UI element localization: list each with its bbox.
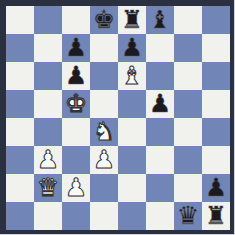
square-c8[interactable] <box>62 6 90 34</box>
square-a4[interactable] <box>6 118 34 146</box>
square-d6[interactable] <box>90 62 118 90</box>
square-d3[interactable]: ♟ <box>90 146 118 174</box>
square-c5[interactable]: ♚ <box>62 90 90 118</box>
piece-black-pawn: ♟ <box>121 35 143 60</box>
square-f4[interactable] <box>146 118 174 146</box>
square-g7[interactable] <box>174 34 202 62</box>
piece-black-rook: ♜ <box>121 7 143 32</box>
square-d4[interactable]: ♞ <box>90 118 118 146</box>
square-g1[interactable]: ♛ <box>174 202 202 230</box>
square-c6[interactable]: ♟ <box>62 62 90 90</box>
square-f7[interactable] <box>146 34 174 62</box>
square-g8[interactable] <box>174 6 202 34</box>
square-b6[interactable] <box>34 62 62 90</box>
square-g4[interactable] <box>174 118 202 146</box>
piece-white-pawn: ♟ <box>93 147 115 172</box>
square-f6[interactable] <box>146 62 174 90</box>
piece-black-queen: ♛ <box>177 203 199 228</box>
piece-black-rook: ♜ <box>205 203 227 228</box>
square-a2[interactable] <box>6 174 34 202</box>
piece-black-king: ♚ <box>93 7 115 32</box>
square-c3[interactable] <box>62 146 90 174</box>
square-d2[interactable] <box>90 174 118 202</box>
square-a8[interactable] <box>6 6 34 34</box>
square-b1[interactable] <box>34 202 62 230</box>
square-a7[interactable] <box>6 34 34 62</box>
square-c7[interactable]: ♟ <box>62 34 90 62</box>
square-b7[interactable] <box>34 34 62 62</box>
square-e3[interactable] <box>118 146 146 174</box>
piece-black-pawn: ♟ <box>65 63 87 88</box>
piece-white-bishop: ♝ <box>121 63 143 88</box>
square-h3[interactable] <box>202 146 230 174</box>
square-a6[interactable] <box>6 62 34 90</box>
square-a3[interactable] <box>6 146 34 174</box>
square-g3[interactable] <box>174 146 202 174</box>
square-g2[interactable] <box>174 174 202 202</box>
square-e6[interactable]: ♝ <box>118 62 146 90</box>
square-e2[interactable] <box>118 174 146 202</box>
piece-black-bishop: ♝ <box>149 7 171 32</box>
piece-white-pawn: ♟ <box>37 147 59 172</box>
piece-white-knight: ♞ <box>93 119 115 144</box>
square-h4[interactable] <box>202 118 230 146</box>
square-a5[interactable] <box>6 90 34 118</box>
square-f3[interactable] <box>146 146 174 174</box>
piece-black-pawn: ♟ <box>205 175 227 200</box>
square-a1[interactable] <box>6 202 34 230</box>
square-e7[interactable]: ♟ <box>118 34 146 62</box>
square-b5[interactable] <box>34 90 62 118</box>
square-h7[interactable] <box>202 34 230 62</box>
piece-white-queen: ♛ <box>37 175 59 200</box>
square-h2[interactable]: ♟ <box>202 174 230 202</box>
square-e4[interactable] <box>118 118 146 146</box>
square-e1[interactable] <box>118 202 146 230</box>
square-e5[interactable] <box>118 90 146 118</box>
square-h5[interactable] <box>202 90 230 118</box>
piece-black-pawn: ♟ <box>65 35 87 60</box>
square-h6[interactable] <box>202 62 230 90</box>
square-f5[interactable]: ♟ <box>146 90 174 118</box>
square-b4[interactable] <box>34 118 62 146</box>
chess-board: ♚♜♝♟♟♟♝♚♟♞♟♟♛♟♟♛♜ <box>6 6 230 230</box>
square-b3[interactable]: ♟ <box>34 146 62 174</box>
square-h8[interactable] <box>202 6 230 34</box>
square-c4[interactable] <box>62 118 90 146</box>
square-d5[interactable] <box>90 90 118 118</box>
square-f2[interactable] <box>146 174 174 202</box>
square-f8[interactable]: ♝ <box>146 6 174 34</box>
square-e8[interactable]: ♜ <box>118 6 146 34</box>
piece-white-king: ♚ <box>65 91 87 116</box>
square-d1[interactable] <box>90 202 118 230</box>
chess-diagram: ♚♜♝♟♟♟♝♚♟♞♟♟♛♟♟♛♜ <box>0 0 235 235</box>
square-c2[interactable]: ♟ <box>62 174 90 202</box>
square-d7[interactable] <box>90 34 118 62</box>
square-c1[interactable] <box>62 202 90 230</box>
piece-white-pawn: ♟ <box>65 175 87 200</box>
piece-black-pawn: ♟ <box>149 91 171 116</box>
square-d8[interactable]: ♚ <box>90 6 118 34</box>
square-g6[interactable] <box>174 62 202 90</box>
square-h1[interactable]: ♜ <box>202 202 230 230</box>
square-b2[interactable]: ♛ <box>34 174 62 202</box>
square-g5[interactable] <box>174 90 202 118</box>
square-b8[interactable] <box>34 6 62 34</box>
square-f1[interactable] <box>146 202 174 230</box>
